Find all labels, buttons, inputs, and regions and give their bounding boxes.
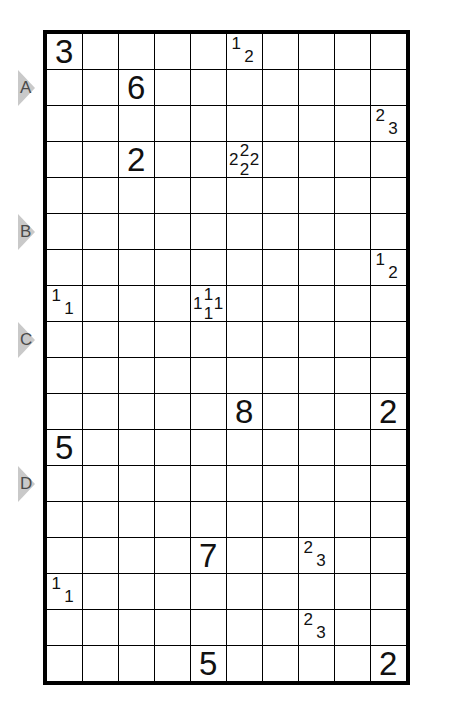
cell-r6c3[interactable] <box>119 214 154 249</box>
cell-r7c3[interactable] <box>119 250 154 285</box>
cell-r4c10[interactable] <box>371 142 406 177</box>
cell-r5c1[interactable] <box>47 178 82 213</box>
cell-r2c2[interactable] <box>83 70 118 105</box>
cell-r8c1: 11 <box>47 286 82 321</box>
cell-r8c9[interactable] <box>335 286 370 321</box>
tapa-board: 3126232222212111111825723112352 <box>43 30 410 685</box>
cell-r10c6[interactable] <box>227 358 262 393</box>
cell-r9c3[interactable] <box>119 322 154 357</box>
cell-r10c8[interactable] <box>299 358 334 393</box>
cell-r6c9[interactable] <box>335 214 370 249</box>
cell-r9c8[interactable] <box>299 322 334 357</box>
cell-r18c10: 2 <box>371 646 406 681</box>
puzzle-page: 3126232222212111111825723112352 ABCD <box>0 0 452 716</box>
clue-digit: 5 <box>191 646 226 681</box>
cell-r5c6[interactable] <box>227 178 262 213</box>
cell-r9c2[interactable] <box>83 322 118 357</box>
cell-r18c2[interactable] <box>83 646 118 681</box>
cell-r11c7[interactable] <box>263 394 298 429</box>
clue-digit: 2 <box>229 151 238 168</box>
cell-r13c1[interactable] <box>47 466 82 501</box>
cell-r11c3[interactable] <box>119 394 154 429</box>
cell-r11c10: 2 <box>371 394 406 429</box>
cell-r15c10[interactable] <box>371 538 406 573</box>
cell-r10c7[interactable] <box>263 358 298 393</box>
cell-r5c2[interactable] <box>83 178 118 213</box>
cell-r18c9[interactable] <box>335 646 370 681</box>
cell-r17c3[interactable] <box>119 610 154 645</box>
cell-r14c4[interactable] <box>155 502 190 537</box>
cell-r6c2[interactable] <box>83 214 118 249</box>
cell-r6c5[interactable] <box>191 214 226 249</box>
cell-r2c8[interactable] <box>299 70 334 105</box>
clue-digit: 8 <box>227 394 262 429</box>
cell-r11c9[interactable] <box>335 394 370 429</box>
cell-r2c3: 6 <box>119 70 154 105</box>
cell-r5c8[interactable] <box>299 178 334 213</box>
cell-r12c8[interactable] <box>299 430 334 465</box>
cell-r18c5: 5 <box>191 646 226 681</box>
cell-r14c10[interactable] <box>371 502 406 537</box>
cell-r12c1: 5 <box>47 430 82 465</box>
cell-r12c3[interactable] <box>119 430 154 465</box>
cell-r1c8[interactable] <box>299 34 334 69</box>
cell-r10c1[interactable] <box>47 358 82 393</box>
clue-digit: 2 <box>371 394 406 429</box>
cell-r10c10[interactable] <box>371 358 406 393</box>
cell-r14c7[interactable] <box>263 502 298 537</box>
cell-r12c2[interactable] <box>83 430 118 465</box>
row-marker-label: D <box>20 475 32 492</box>
cell-r11c8[interactable] <box>299 394 334 429</box>
cell-r5c9[interactable] <box>335 178 370 213</box>
cell-r9c6[interactable] <box>227 322 262 357</box>
cell-r17c1[interactable] <box>47 610 82 645</box>
cell-r4c5[interactable] <box>191 142 226 177</box>
cell-r13c2[interactable] <box>83 466 118 501</box>
clue-digit: 3 <box>47 34 82 69</box>
clue-digit: 1 <box>193 295 202 312</box>
cell-r5c7[interactable] <box>263 178 298 213</box>
cell-r12c5[interactable] <box>191 430 226 465</box>
cell-r5c10[interactable] <box>371 178 406 213</box>
cell-r2c10[interactable] <box>371 70 406 105</box>
cell-r12c4[interactable] <box>155 430 190 465</box>
cell-r18c6[interactable] <box>227 646 262 681</box>
cell-r5c4[interactable] <box>155 178 190 213</box>
cell-r9c10[interactable] <box>371 322 406 357</box>
cell-r16c5[interactable] <box>191 574 226 609</box>
row-marker-b: B <box>18 214 35 250</box>
cell-r15c5: 7 <box>191 538 226 573</box>
cell-r9c4[interactable] <box>155 322 190 357</box>
cell-r12c7[interactable] <box>263 430 298 465</box>
cell-r13c6[interactable] <box>227 466 262 501</box>
cell-r16c4[interactable] <box>155 574 190 609</box>
clue-digit: 1 <box>204 286 213 303</box>
row-marker-c: C <box>18 322 35 358</box>
cell-r1c6: 12 <box>227 34 262 69</box>
row-marker-label: B <box>20 223 31 240</box>
cell-r1c2[interactable] <box>83 34 118 69</box>
cell-r14c1[interactable] <box>47 502 82 537</box>
cell-r1c9[interactable] <box>335 34 370 69</box>
cell-r7c5[interactable] <box>191 250 226 285</box>
cell-r6c4[interactable] <box>155 214 190 249</box>
cell-r10c9[interactable] <box>335 358 370 393</box>
cell-r8c5: 1111 <box>191 286 226 321</box>
cell-r7c7[interactable] <box>263 250 298 285</box>
cell-r7c6[interactable] <box>227 250 262 285</box>
cell-r15c3[interactable] <box>119 538 154 573</box>
clue-digit: 7 <box>191 538 226 573</box>
cell-r3c2[interactable] <box>83 106 118 141</box>
cell-r9c9[interactable] <box>335 322 370 357</box>
cell-r6c7[interactable] <box>263 214 298 249</box>
cell-r15c8: 23 <box>299 538 334 573</box>
cell-r15c6[interactable] <box>227 538 262 573</box>
cell-r8c4[interactable] <box>155 286 190 321</box>
clue-digit: 1 <box>204 305 213 322</box>
cell-r13c7[interactable] <box>263 466 298 501</box>
cell-r18c4[interactable] <box>155 646 190 681</box>
cell-r13c3[interactable] <box>119 466 154 501</box>
cell-r3c4[interactable] <box>155 106 190 141</box>
cell-r17c2[interactable] <box>83 610 118 645</box>
cell-r6c8[interactable] <box>299 214 334 249</box>
cell-r3c7[interactable] <box>263 106 298 141</box>
cell-r4c8[interactable] <box>299 142 334 177</box>
cell-r13c5[interactable] <box>191 466 226 501</box>
cell-r2c6[interactable] <box>227 70 262 105</box>
cell-r12c10[interactable] <box>371 430 406 465</box>
cell-r7c1[interactable] <box>47 250 82 285</box>
clue-digit: 3 <box>316 552 325 569</box>
cell-r1c5[interactable] <box>191 34 226 69</box>
cell-r6c6[interactable] <box>227 214 262 249</box>
clue-digit: 2 <box>375 107 384 124</box>
cell-r16c7[interactable] <box>263 574 298 609</box>
cell-r17c5[interactable] <box>191 610 226 645</box>
cell-r3c6[interactable] <box>227 106 262 141</box>
clue-digit: 2 <box>119 142 154 177</box>
cell-r12c9[interactable] <box>335 430 370 465</box>
clue-digit: 1 <box>64 300 73 317</box>
cell-r8c6[interactable] <box>227 286 262 321</box>
cell-r11c1[interactable] <box>47 394 82 429</box>
clue-digit: 1 <box>51 287 60 304</box>
cell-r10c5[interactable] <box>191 358 226 393</box>
cell-r2c4[interactable] <box>155 70 190 105</box>
cell-r15c4[interactable] <box>155 538 190 573</box>
cell-r15c9[interactable] <box>335 538 370 573</box>
cell-r11c2[interactable] <box>83 394 118 429</box>
cell-r1c10[interactable] <box>371 34 406 69</box>
clue-digit: 2 <box>240 161 249 178</box>
cell-r9c1[interactable] <box>47 322 82 357</box>
row-marker-a: A <box>18 70 35 106</box>
cell-r1c7[interactable] <box>263 34 298 69</box>
cell-r15c7[interactable] <box>263 538 298 573</box>
cell-r7c9[interactable] <box>335 250 370 285</box>
cell-r4c1[interactable] <box>47 142 82 177</box>
cell-r14c3[interactable] <box>119 502 154 537</box>
cell-r16c6[interactable] <box>227 574 262 609</box>
clue-digit: 2 <box>250 151 259 168</box>
clue-digit: 2 <box>303 539 312 556</box>
cell-r2c7[interactable] <box>263 70 298 105</box>
row-marker-label: A <box>20 79 31 96</box>
cell-r3c5[interactable] <box>191 106 226 141</box>
cell-r17c6[interactable] <box>227 610 262 645</box>
cell-r3c10: 23 <box>371 106 406 141</box>
clue-digit: 3 <box>388 120 397 137</box>
cell-r8c8[interactable] <box>299 286 334 321</box>
cell-r14c8[interactable] <box>299 502 334 537</box>
cell-r14c9[interactable] <box>335 502 370 537</box>
cell-r13c10[interactable] <box>371 466 406 501</box>
cell-r6c10[interactable] <box>371 214 406 249</box>
clue-digit: 1 <box>214 295 223 312</box>
row-marker-d: D <box>18 466 35 502</box>
cell-r15c1[interactable] <box>47 538 82 573</box>
cell-r8c7[interactable] <box>263 286 298 321</box>
clue-digit: 2 <box>303 611 312 628</box>
cell-r3c1[interactable] <box>47 106 82 141</box>
cell-r8c10[interactable] <box>371 286 406 321</box>
cell-r4c9[interactable] <box>335 142 370 177</box>
cell-r18c3[interactable] <box>119 646 154 681</box>
cell-r13c4[interactable] <box>155 466 190 501</box>
clue-digit: 1 <box>231 35 240 52</box>
cell-r18c8[interactable] <box>299 646 334 681</box>
cell-r7c8[interactable] <box>299 250 334 285</box>
cell-r5c3[interactable] <box>119 178 154 213</box>
cell-r7c2[interactable] <box>83 250 118 285</box>
cell-r1c3[interactable] <box>119 34 154 69</box>
cell-r11c6: 8 <box>227 394 262 429</box>
cell-r14c5[interactable] <box>191 502 226 537</box>
cell-r8c2[interactable] <box>83 286 118 321</box>
cell-r10c4[interactable] <box>155 358 190 393</box>
cell-r4c4[interactable] <box>155 142 190 177</box>
cell-r4c6: 2222 <box>227 142 262 177</box>
cell-r4c2[interactable] <box>83 142 118 177</box>
cell-r4c7[interactable] <box>263 142 298 177</box>
cell-r12c6[interactable] <box>227 430 262 465</box>
cell-r6c1[interactable] <box>47 214 82 249</box>
cell-r10c2[interactable] <box>83 358 118 393</box>
clue-digit: 3 <box>316 624 325 641</box>
cell-r16c9[interactable] <box>335 574 370 609</box>
cell-r17c9[interactable] <box>335 610 370 645</box>
cell-r3c9[interactable] <box>335 106 370 141</box>
clue-digit: 5 <box>47 430 82 465</box>
clue-digit: 2 <box>240 142 249 159</box>
cell-r11c4[interactable] <box>155 394 190 429</box>
cell-r2c1[interactable] <box>47 70 82 105</box>
cell-r13c8[interactable] <box>299 466 334 501</box>
cell-r7c10: 12 <box>371 250 406 285</box>
cell-r5c5[interactable] <box>191 178 226 213</box>
cell-r15c2[interactable] <box>83 538 118 573</box>
cell-r3c3[interactable] <box>119 106 154 141</box>
row-marker-label: C <box>20 331 32 348</box>
clue-digit: 2 <box>388 264 397 281</box>
cell-r2c9[interactable] <box>335 70 370 105</box>
cell-r4c3: 2 <box>119 142 154 177</box>
cell-r16c1: 11 <box>47 574 82 609</box>
cell-r17c7[interactable] <box>263 610 298 645</box>
cell-r18c7[interactable] <box>263 646 298 681</box>
cell-r17c10[interactable] <box>371 610 406 645</box>
cell-r14c2[interactable] <box>83 502 118 537</box>
cell-r9c5[interactable] <box>191 322 226 357</box>
cell-r9c7[interactable] <box>263 322 298 357</box>
cell-r16c8[interactable] <box>299 574 334 609</box>
cell-r11c5[interactable] <box>191 394 226 429</box>
clue-digit: 1 <box>375 251 384 268</box>
clue-digit: 2 <box>371 646 406 681</box>
cell-r2c5[interactable] <box>191 70 226 105</box>
cell-r17c8: 23 <box>299 610 334 645</box>
cell-r7c4[interactable] <box>155 250 190 285</box>
cell-r16c2[interactable] <box>83 574 118 609</box>
cell-r1c1: 3 <box>47 34 82 69</box>
cell-r13c9[interactable] <box>335 466 370 501</box>
clue-digit: 1 <box>51 575 60 592</box>
cell-r14c6[interactable] <box>227 502 262 537</box>
clue-digit: 2 <box>244 48 253 65</box>
cell-r10c3[interactable] <box>119 358 154 393</box>
cell-r16c3[interactable] <box>119 574 154 609</box>
cell-r1c4[interactable] <box>155 34 190 69</box>
cell-r8c3[interactable] <box>119 286 154 321</box>
clue-digit: 6 <box>119 70 154 105</box>
cell-r17c4[interactable] <box>155 610 190 645</box>
clue-digit: 1 <box>64 588 73 605</box>
cell-r16c10[interactable] <box>371 574 406 609</box>
cell-r18c1[interactable] <box>47 646 82 681</box>
cell-r3c8[interactable] <box>299 106 334 141</box>
